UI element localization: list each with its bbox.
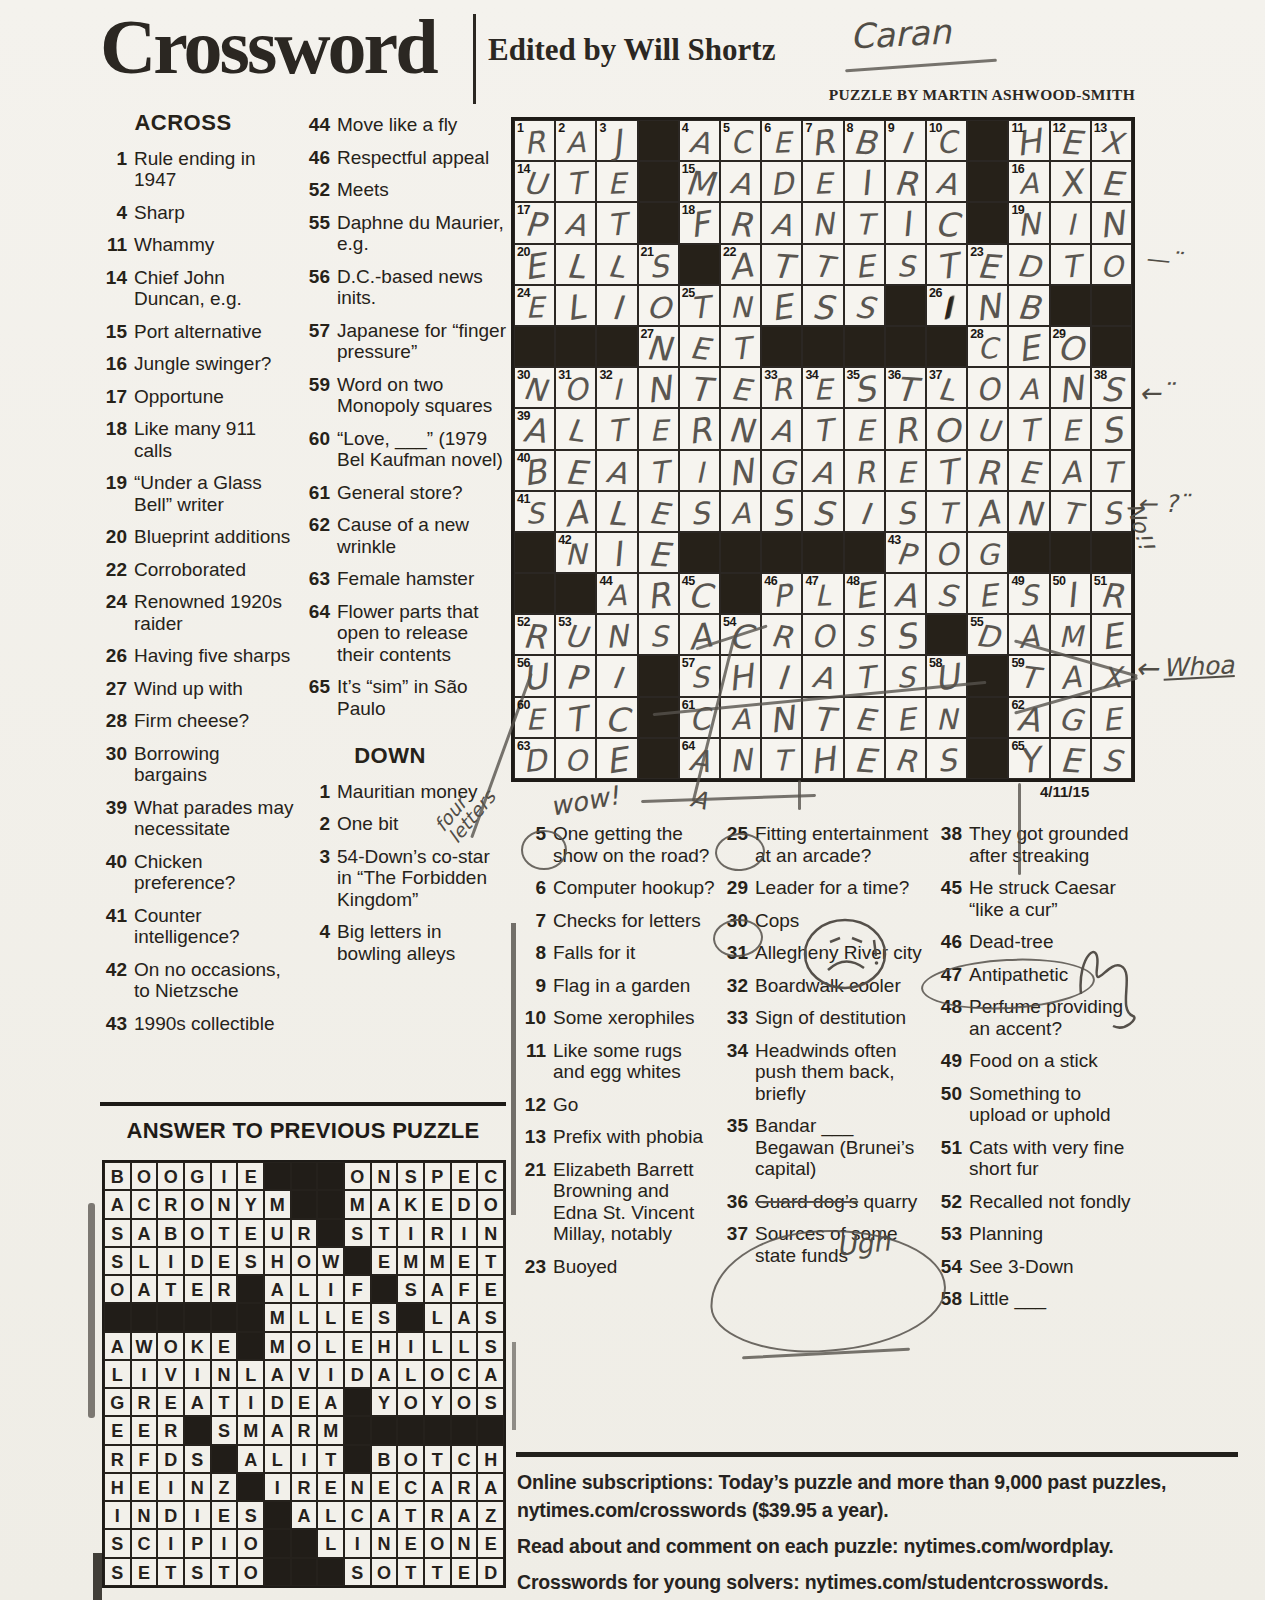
grid-cell-r12c3[interactable]: 44A (596, 573, 637, 614)
grid-cell-r3c6[interactable]: R (720, 202, 761, 243)
grid-cell-r5c5[interactable]: 25T (679, 285, 720, 326)
cell-number-20: 20 (517, 245, 530, 259)
clue-text: Something to upload or uphold (969, 1083, 1139, 1126)
grid-cell-r16c2[interactable]: O (555, 738, 596, 779)
grid-cell-r16c5[interactable]: 64A (679, 738, 720, 779)
grid-cell-r7c6[interactable]: E (720, 367, 761, 408)
grid-cell-r4c2[interactable]: L (555, 244, 596, 285)
answer-grid-cell-r15c15: D (477, 1558, 504, 1586)
clue-number: 3 (303, 846, 337, 911)
grid-cell-r3c15[interactable]: N (1091, 202, 1132, 243)
down-clue-32: 32Boardwalk cooler (721, 975, 932, 997)
grid-cell-r7c8[interactable]: 34E (802, 367, 843, 408)
grid-cell-r7c14[interactable]: N (1050, 367, 1091, 408)
grid-cell-r15c9[interactable]: E (844, 697, 885, 738)
across-clue-30: 30Borrowing bargains (100, 743, 296, 786)
grid-cell-r10c6[interactable]: A (720, 491, 761, 532)
grid-cell-r14c6[interactable]: H (720, 655, 761, 696)
grid-cell-r9c14[interactable]: A (1050, 450, 1091, 491)
grid-cell-r2c6[interactable]: A (720, 161, 761, 202)
grid-cell-r2c5[interactable]: 15M (679, 161, 720, 202)
grid-cell-r8c6[interactable]: N (720, 408, 761, 449)
grid-cell-r14c10[interactable]: S (885, 655, 926, 696)
grid-cell-r3c2[interactable]: A (555, 202, 596, 243)
grid-cell-r12c1 (514, 573, 555, 614)
grid-cell-r16c13[interactable]: 65Y (1008, 738, 1049, 779)
printed-answer-letter: A (265, 1421, 290, 1442)
grid-cell-r5c2[interactable]: L (555, 285, 596, 326)
grid-cell-r10c11[interactable]: T (926, 491, 967, 532)
grid-cell-r10c8[interactable]: S (802, 491, 843, 532)
answer-grid-cell-r6c3 (157, 1303, 184, 1331)
grid-cell-r3c7[interactable]: A (761, 202, 802, 243)
grid-cell-r9c8[interactable]: A (802, 450, 843, 491)
grid-cell-r9c2[interactable]: E (555, 450, 596, 491)
grid-cell-r2c14[interactable]: X (1050, 161, 1091, 202)
printed-answer-letter: L (318, 1337, 343, 1358)
answer-grid-cell-r15c6: O (237, 1558, 264, 1586)
grid-cell-r12c4[interactable]: R (638, 573, 679, 614)
grid-cell-r2c3[interactable]: E (596, 161, 637, 202)
grid-cell-r10c1[interactable]: 41S (514, 491, 555, 532)
grid-cell-r5c13[interactable]: B (1008, 285, 1049, 326)
answer-grid-cell-r11c10 (344, 1445, 371, 1473)
grid-cell-r15c7[interactable]: N (761, 697, 802, 738)
printed-answer-letter: D (265, 1393, 290, 1414)
grid-cell-r9c9[interactable]: R (844, 450, 885, 491)
grid-cell-r4c1[interactable]: 20E (514, 244, 555, 285)
grid-cell-r10c4[interactable]: E (638, 491, 679, 532)
grid-cell-r1c15[interactable]: 13X (1091, 120, 1132, 161)
grid-cell-r11c3[interactable]: I (596, 532, 637, 573)
grid-cell-r15c8[interactable]: T (802, 697, 843, 738)
answer-grid-cell-r8c10: D (344, 1360, 371, 1388)
clue-number: 2 (303, 813, 337, 835)
grid-cell-r13c14[interactable]: M (1050, 614, 1091, 655)
cell-number-60: 60 (517, 698, 530, 712)
grid-cell-r4c12[interactable]: 23E (967, 244, 1008, 285)
grid-cell-r7c10[interactable]: 36T (885, 367, 926, 408)
answer-grid-cell-r13c4: I (184, 1501, 211, 1529)
cell-number-13: 13 (1094, 121, 1107, 135)
grid-cell-r14c15[interactable]: X (1091, 655, 1132, 696)
grid-cell-r5c6[interactable]: N (720, 285, 761, 326)
answer-grid-cell-r3c4: O (184, 1219, 211, 1247)
handwritten-letter: N (927, 705, 965, 735)
grid-cell-r15c13[interactable]: 62A (1008, 697, 1049, 738)
handwritten-letter: I (1051, 210, 1089, 240)
grid-cell-r16c6[interactable]: N (720, 738, 761, 779)
cell-number-37: 37 (929, 368, 942, 382)
grid-cell-r4c14[interactable]: T (1050, 244, 1091, 285)
grid-cell-r2c2[interactable]: T (555, 161, 596, 202)
grid-cell-r3c8[interactable]: N (802, 202, 843, 243)
grid-cell-r7c9[interactable]: 35S (844, 367, 885, 408)
grid-cell-r5c11[interactable]: 26I (926, 285, 967, 326)
down-clue-52: 52Recalled not fondly (935, 1191, 1139, 1213)
cell-number-55: 55 (970, 615, 983, 629)
grid-cell-r14c1[interactable]: 56U (514, 655, 555, 696)
grid-cell-r6c13[interactable]: E (1008, 326, 1049, 367)
grid-cell-r16c15[interactable]: S (1091, 738, 1132, 779)
grid-cell-r13c1[interactable]: 52R (514, 614, 555, 655)
grid-cell-r15c15[interactable]: E (1091, 697, 1132, 738)
handwritten-letter: E (719, 373, 762, 408)
printed-answer-letter: R (425, 1224, 450, 1245)
grid-cell-r15c10[interactable]: E (885, 697, 926, 738)
grid-cell-r1c6[interactable]: 5C (720, 120, 761, 161)
grid-cell-r15c14[interactable]: G (1050, 697, 1091, 738)
answer-grid-cell-r15c13: T (424, 1558, 451, 1586)
printed-answer-letter: S (212, 1421, 237, 1442)
grid-cell-r7c3[interactable]: 32I (596, 367, 637, 408)
grid-cell-r7c2[interactable]: 31O (555, 367, 596, 408)
grid-cell-r10c2[interactable]: A (555, 491, 596, 532)
grid-cell-r9c4[interactable]: T (638, 450, 679, 491)
grid-cell-r13c6[interactable]: 54C (720, 614, 761, 655)
grid-cell-r14c8[interactable]: A (802, 655, 843, 696)
grid-cell-r8c11[interactable]: O (926, 408, 967, 449)
across-header: ACROSS (100, 112, 266, 134)
answer-grid-cell-r8c14: C (451, 1360, 478, 1388)
grid-cell-r7c15[interactable]: 38S (1091, 367, 1132, 408)
grid-cell-r1c9[interactable]: 8B (844, 120, 885, 161)
grid-cell-r4c9[interactable]: E (844, 244, 885, 285)
printed-answer-letter: Y (238, 1195, 263, 1216)
grid-cell-r14c2[interactable]: P (555, 655, 596, 696)
grid-cell-r1c3[interactable]: 3J (596, 120, 637, 161)
grid-cell-r9c1[interactable]: 40B (514, 450, 555, 491)
grid-cell-r1c8[interactable]: 7R (802, 120, 843, 161)
printed-answer-letter: I (398, 1224, 423, 1245)
printed-answer-letter: S (345, 1224, 370, 1245)
grid-cell-r10c3[interactable]: L (596, 491, 637, 532)
grid-cell-r3c11[interactable]: C (926, 202, 967, 243)
grid-cell-r1c14[interactable]: 12E (1050, 120, 1091, 161)
handwritten-letter: I (881, 205, 930, 245)
grid-cell-r13c7[interactable]: R (761, 614, 802, 655)
answer-grid-cell-r9c10 (344, 1388, 371, 1416)
answer-grid-cell-r2c14: D (451, 1190, 478, 1218)
grid-cell-r9c13[interactable]: E (1008, 450, 1049, 491)
cell-number-31: 31 (558, 368, 571, 382)
grid-cell-r7c11[interactable]: 37L (926, 367, 967, 408)
grid-cell-r16c10[interactable]: R (885, 738, 926, 779)
handwritten-letter: L (551, 288, 600, 328)
grid-cell-r1c13[interactable]: 11H (1008, 120, 1049, 161)
answer-grid-cell-r9c2: R (131, 1388, 158, 1416)
grid-cell-r9c10[interactable]: E (885, 450, 926, 491)
grid-cell-r16c9[interactable]: E (844, 738, 885, 779)
printed-answer-letter: S (105, 1563, 130, 1584)
grid-cell-r8c10[interactable]: R (885, 408, 926, 449)
grid-cell-r7c5[interactable]: T (679, 367, 720, 408)
grid-cell-r3c9[interactable]: T (844, 202, 885, 243)
grid-cell-r7c12[interactable]: O (967, 367, 1008, 408)
grid-cell-r10c7[interactable]: S (761, 491, 802, 532)
grid-cell-r6c12[interactable]: 28C (967, 326, 1008, 367)
grid-cell-r2c13[interactable]: 16A (1008, 161, 1049, 202)
grid-cell-r6c5[interactable]: E (679, 326, 720, 367)
crossword-grid[interactable]: 1R2A3J4A5C6E7R8B9I10C11H12E13X14UTE15MAD… (511, 117, 1135, 782)
across-clue-63: 63Female hamster (303, 568, 507, 590)
answer-grid-cell-r4c4: D (184, 1247, 211, 1275)
grid-cell-r5c12[interactable]: N (967, 285, 1008, 326)
grid-cell-r15c3[interactable]: C (596, 697, 637, 738)
grid-cell-r12c15[interactable]: 51R (1091, 573, 1132, 614)
answer-grid-cell-r15c12: T (397, 1558, 424, 1586)
grid-cell-r6c14[interactable]: 29O (1050, 326, 1091, 367)
grid-cell-r1c11[interactable]: 10C (926, 120, 967, 161)
grid-cell-r10c9[interactable]: I (844, 491, 885, 532)
grid-cell-r8c5[interactable]: R (679, 408, 720, 449)
grid-cell-r9c15[interactable]: T (1091, 450, 1132, 491)
grid-cell-r2c9[interactable]: I (844, 161, 885, 202)
grid-cell-r8c7[interactable]: A (761, 408, 802, 449)
printed-answer-letter: R (452, 1478, 477, 1499)
grid-cell-r8c14[interactable]: E (1050, 408, 1091, 449)
grid-cell-r7c7[interactable]: 33R (761, 367, 802, 408)
grid-cell-r16c1[interactable]: 63D (514, 738, 555, 779)
grid-cell-r3c1[interactable]: 17P (514, 202, 555, 243)
grid-cell-r8c9[interactable]: E (844, 408, 885, 449)
grid-cell-r3c5[interactable]: 18F (679, 202, 720, 243)
grid-cell-r4c13[interactable]: D (1008, 244, 1049, 285)
grid-cell-r1c2[interactable]: 2A (555, 120, 596, 161)
grid-cell-r13c2[interactable]: 53U (555, 614, 596, 655)
grid-cell-r11c10[interactable]: 43P (885, 532, 926, 573)
grid-cell-r12c13[interactable]: 49S (1008, 573, 1049, 614)
grid-cell-r12c9[interactable]: 48E (844, 573, 885, 614)
handwritten-letter: T (637, 456, 679, 490)
grid-cell-r8c15[interactable]: S (1091, 408, 1132, 449)
grid-cell-r15c5[interactable]: 61C (679, 697, 720, 738)
clue-text: Boardwalk cooler (755, 975, 932, 997)
grid-cell-r16c8[interactable]: H (802, 738, 843, 779)
grid-cell-r2c15[interactable]: E (1091, 161, 1132, 202)
handwritten-letter: A (555, 208, 598, 243)
down-clue-29: 29Leader for a time? (721, 877, 932, 899)
grid-cell-r2c11[interactable]: A (926, 161, 967, 202)
grid-cell-r13c8[interactable]: O (802, 614, 843, 655)
grid-cell-r4c15[interactable]: O (1091, 244, 1132, 285)
grid-cell-r14c11[interactable]: 58U (926, 655, 967, 696)
grid-cell-r1c1[interactable]: 1R (514, 120, 555, 161)
grid-cell-r3c3[interactable]: T (596, 202, 637, 243)
scan-edge-streak-1 (88, 1203, 95, 1418)
clue-text: Buoyed (553, 1256, 715, 1278)
printed-answer-letter: I (158, 1252, 183, 1273)
grid-cell-r8c12[interactable]: U (967, 408, 1008, 449)
grid-cell-r10c14[interactable]: T (1050, 491, 1091, 532)
answer-grid-cell-r9c8: E (291, 1388, 318, 1416)
grid-cell-r4c4[interactable]: 21S (638, 244, 679, 285)
grid-cell-r9c11[interactable]: T (926, 450, 967, 491)
down-clue-13: 13Prefix with phobia (519, 1126, 715, 1148)
handwritten-letter: E (804, 169, 842, 199)
handwritten-letter: A (802, 661, 845, 696)
grid-cell-r14c7[interactable]: I (761, 655, 802, 696)
grid-cell-r9c3[interactable]: A (596, 450, 637, 491)
clue-text: Corroborated (134, 559, 296, 581)
grid-cell-r7c4[interactable]: N (638, 367, 679, 408)
grid-cell-r3c10[interactable]: I (885, 202, 926, 243)
scan-edge-streak-3 (511, 923, 516, 1215)
answer-grid-cell-r12c15: A (477, 1473, 504, 1501)
grid-cell-r4c11[interactable]: T (926, 244, 967, 285)
grid-cell-r4c6[interactable]: 22A (720, 244, 761, 285)
grid-cell-r14c9[interactable]: T (844, 655, 885, 696)
grid-cell-r16c3[interactable]: E (596, 738, 637, 779)
grid-cell-r6c4[interactable]: 27N (638, 326, 679, 367)
grid-cell-r1c10[interactable]: 9I (885, 120, 926, 161)
answer-grid-cell-r9c15: S (477, 1388, 504, 1416)
grid-cell-r13c3[interactable]: N (596, 614, 637, 655)
answer-grid-cell-r7c1: A (104, 1332, 131, 1360)
answer-grid-cell-r2c1: A (104, 1190, 131, 1218)
answer-grid-cell-r9c12: O (397, 1388, 424, 1416)
grid-cell-r4c3[interactable]: L (596, 244, 637, 285)
grid-cell-r13c9[interactable]: S (844, 614, 885, 655)
grid-cell-r2c1[interactable]: 14U (514, 161, 555, 202)
grid-cell-r9c12[interactable]: R (967, 450, 1008, 491)
grid-cell-r2c8[interactable]: E (802, 161, 843, 202)
grid-cell-r7c13[interactable]: A (1008, 367, 1049, 408)
grid-cell-r12c10[interactable]: A (885, 573, 926, 614)
grid-cell-r11c2[interactable]: 42N (555, 532, 596, 573)
grid-cell-r12c11[interactable]: S (926, 573, 967, 614)
clue-number: 5 (519, 823, 553, 866)
grid-cell-r5c8[interactable]: S (802, 285, 843, 326)
grid-cell-r12c5[interactable]: 45C (679, 573, 720, 614)
grid-cell-r10c12[interactable]: A (967, 491, 1008, 532)
answer-grid-cell-r6c7: M (264, 1303, 291, 1331)
grid-cell-r14c3[interactable]: I (596, 655, 637, 696)
across-clue-22: 22Corroborated (100, 559, 296, 581)
grid-cell-r4c7[interactable]: T (761, 244, 802, 285)
grid-cell-r15c6[interactable]: A (720, 697, 761, 738)
clue-text: Checks for letters (553, 910, 715, 932)
grid-cell-r12c14[interactable]: 50I (1050, 573, 1091, 614)
grid-cell-r11c9 (844, 532, 885, 573)
cell-number-6: 6 (764, 121, 770, 135)
grid-cell-r8c1[interactable]: 39A (514, 408, 555, 449)
printed-answer-letter: O (478, 1195, 503, 1216)
grid-cell-r1c5[interactable]: 4A (679, 120, 720, 161)
clue-text: Sign of destitution (755, 1007, 932, 1029)
printed-answer-letter: O (372, 1563, 397, 1584)
grid-cell-r13c10[interactable]: S (885, 614, 926, 655)
grid-cell-r2c7[interactable]: D (761, 161, 802, 202)
grid-cell-r10c15[interactable]: S (1091, 491, 1132, 532)
answer-grid-cell-r1c3: O (157, 1162, 184, 1190)
grid-cell-r5c1[interactable]: 24E (514, 285, 555, 326)
handwritten-letter: R (634, 576, 683, 616)
cell-number-19: 19 (1011, 203, 1024, 217)
handwritten-letter: I (594, 290, 639, 326)
answer-grid-cell-r6c14: A (451, 1303, 478, 1331)
grid-cell-r5c3[interactable]: I (596, 285, 637, 326)
grid-cell-r9c6[interactable]: N (720, 450, 761, 491)
across-clue-39: 39What parades may necessitate (100, 797, 296, 840)
handwritten-letter: N (634, 370, 683, 410)
grid-cell-r12c7[interactable]: 46P (761, 573, 802, 614)
printed-answer-letter: O (292, 1252, 317, 1273)
grid-cell-r1c7[interactable]: 6E (761, 120, 802, 161)
grid-cell-r7c1[interactable]: 30N (514, 367, 555, 408)
grid-cell-r2c10[interactable]: R (885, 161, 926, 202)
grid-cell-r2c12 (967, 161, 1008, 202)
grid-cell-r13c4[interactable]: S (638, 614, 679, 655)
grid-cell-r5c9[interactable]: S (844, 285, 885, 326)
grid-cell-r15c11[interactable]: N (926, 697, 967, 738)
grid-cell-r16c4 (638, 738, 679, 779)
grid-cell-r16c14[interactable]: E (1050, 738, 1091, 779)
grid-cell-r6c6[interactable]: T (720, 326, 761, 367)
grid-cell-r1c12 (967, 120, 1008, 161)
grid-cell-r16c7[interactable]: T (761, 738, 802, 779)
grid-cell-r14c14[interactable]: A (1050, 655, 1091, 696)
printed-answer-letter: Z (478, 1506, 503, 1527)
cell-number-47: 47 (805, 574, 818, 588)
clue-number: 48 (935, 996, 969, 1039)
grid-cell-r5c4[interactable]: O (638, 285, 679, 326)
answer-grid-cell-r15c1: S (104, 1558, 131, 1586)
grid-cell-r8c3[interactable]: T (596, 408, 637, 449)
answer-grid-cell-r1c6: E (237, 1162, 264, 1190)
grid-cell-r8c8[interactable]: T (802, 408, 843, 449)
grid-cell-r9c5[interactable]: I (679, 450, 720, 491)
grid-cell-r15c2[interactable]: T (555, 697, 596, 738)
grid-cell-r13c15[interactable]: E (1091, 614, 1132, 655)
grid-cell-r9c7[interactable]: G (761, 450, 802, 491)
clue-number: 46 (303, 147, 337, 169)
grid-cell-r14c5[interactable]: 57S (679, 655, 720, 696)
grid-cell-r10c13[interactable]: N (1008, 491, 1049, 532)
grid-cell-r8c4[interactable]: E (638, 408, 679, 449)
grid-cell-r11c12[interactable]: G (967, 532, 1008, 573)
grid-cell-r13c5[interactable]: A (679, 614, 720, 655)
grid-cell-r4c8[interactable]: T (802, 244, 843, 285)
grid-cell-r12c8[interactable]: 47L (802, 573, 843, 614)
grid-cell-r8c2[interactable]: L (555, 408, 596, 449)
answer-grid-cell-r10c6: M (237, 1416, 264, 1444)
grid-cell-r3c14[interactable]: I (1050, 202, 1091, 243)
grid-cell-r13c12[interactable]: 55D (967, 614, 1008, 655)
grid-cell-r10c10[interactable]: S (885, 491, 926, 532)
down-header: DOWN (303, 745, 477, 767)
grid-cell-r14c13[interactable]: 59T (1008, 655, 1049, 696)
grid-cell-r15c1[interactable]: 60E (514, 697, 555, 738)
grid-cell-r4c10[interactable]: S (885, 244, 926, 285)
grid-cell-r5c7[interactable]: E (761, 285, 802, 326)
grid-cell-r13c13[interactable]: A (1008, 614, 1049, 655)
answer-grid-cell-r14c12: E (397, 1529, 424, 1557)
clue-text: One bit (337, 813, 507, 835)
answer-grid-cell-r13c1: I (104, 1501, 131, 1529)
grid-cell-r11c11[interactable]: O (926, 532, 967, 573)
grid-cell-r3c13[interactable]: 19N (1008, 202, 1049, 243)
grid-cell-r10c5[interactable]: S (679, 491, 720, 532)
clue-text: Computer hookup? (553, 877, 715, 899)
grid-cell-r16c11[interactable]: S (926, 738, 967, 779)
across-clue-60: 60“Love, ___” (1979 Bel Kaufman novel) (303, 428, 507, 471)
clue-text: Recalled not fondly (969, 1191, 1139, 1213)
grid-cell-r12c12[interactable]: E (967, 573, 1008, 614)
grid-cell-r11c4[interactable]: E (638, 532, 679, 573)
grid-cell-r12c2 (555, 573, 596, 614)
grid-cell-r8c13[interactable]: T (1008, 408, 1049, 449)
